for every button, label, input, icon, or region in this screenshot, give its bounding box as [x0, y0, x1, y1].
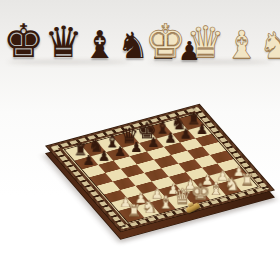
square-a1: ♜ — [119, 207, 144, 222]
black-pawn: ♟ — [147, 136, 160, 150]
dark-king-tray-piece: ♚ — [3, 18, 44, 64]
board-scene: ♜♞♝♛♚♝♞♜♟♟♟♟♟♟♟♟♟♟♟♟♟♟♟♟♜♞♝♛♚♝♞♜ — [74, 82, 246, 254]
square-d6 — [129, 152, 153, 165]
chess-board: ♜♞♝♛♚♝♞♜♟♟♟♟♟♟♟♟♟♟♟♟♟♟♟♟♜♞♝♛♚♝♞♜ — [45, 104, 275, 233]
white-knight: ♞ — [224, 175, 240, 193]
light-knight-tray-piece: ♞ — [259, 28, 280, 64]
light-bishop-tray-piece: ♝ — [225, 26, 259, 64]
light-king-tray-piece: ♚ — [145, 18, 186, 64]
dark-bishop-tray-piece: ♝ — [83, 26, 117, 64]
white-rook: ♜ — [127, 204, 141, 220]
light-queen-tray-piece: ♛ — [186, 21, 225, 64]
dark-queen-tray-piece: ♛ — [44, 21, 83, 64]
tray-dark-pieces: ♚♛♝♞♜♟ — [3, 6, 135, 64]
tray-light-pieces: ♚♛♝♞♜♟ — [145, 6, 277, 64]
product-photo: ♚♛♝♞♜♟ ♚♛♝♞♜♟ ♜♞♝♛♚♝♞♜♟♟♟♟♟♟♟♟♟♟♟♟♟♟♟♟♜♞… — [0, 0, 280, 280]
white-bishop: ♝ — [158, 194, 174, 212]
white-knight: ♞ — [142, 198, 158, 216]
white-king: ♚ — [190, 182, 210, 204]
white-rook: ♜ — [240, 173, 254, 189]
black-pawn: ♟ — [114, 145, 127, 159]
black-pawn: ♟ — [180, 127, 193, 141]
